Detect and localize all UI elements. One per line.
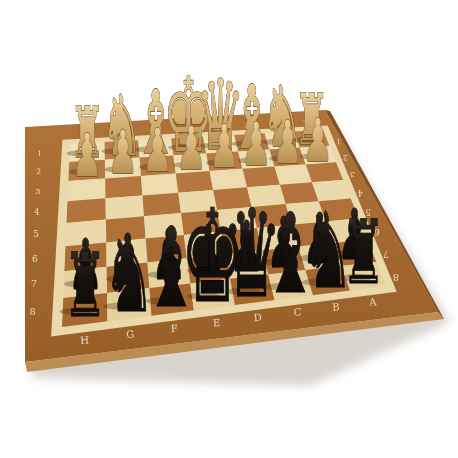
piece-white-pawn-b2: ♟ (272, 107, 302, 176)
coord-left-7: 7 (31, 278, 37, 289)
piece-white-pawn-h2: ♟ (72, 120, 102, 189)
piece-white-pawn-e2: ♟ (176, 113, 206, 182)
coord-left-6: 6 (32, 254, 38, 264)
square-h4 (67, 198, 106, 223)
coord-left-1: 1 (37, 149, 42, 158)
piece-black-rook-h8: ♜ (63, 235, 107, 337)
coord-right-1: 1 (336, 137, 341, 146)
coord-right-8: 8 (393, 272, 399, 283)
coord-left-2: 2 (36, 167, 41, 176)
piece-black-rook-a8: ♜ (341, 201, 385, 303)
chessboard-photo: 1122334455667788HHGGFFEEDDCCBBAA♜♞♝♚♛♝♞♜… (0, 0, 458, 458)
coord-left-8: 8 (29, 306, 35, 317)
piece-white-pawn-g2: ♟ (108, 118, 138, 187)
piece-white-pawn-a2: ♟ (303, 105, 333, 174)
coord-left-3: 3 (35, 187, 40, 196)
coord-left-4: 4 (34, 207, 39, 217)
chessboard-svg: 1122334455667788HHGGFFEEDDCCBBAA♜♞♝♚♛♝♞♜… (0, 0, 458, 458)
piece-white-pawn-f2: ♟ (143, 116, 173, 185)
piece-white-pawn-d2: ♟ (209, 111, 239, 180)
piece-white-pawn-c2: ♟ (241, 109, 271, 178)
coord-right-3: 3 (350, 170, 355, 179)
coord-left-5: 5 (33, 229, 39, 239)
coord-right-2: 2 (343, 153, 348, 162)
